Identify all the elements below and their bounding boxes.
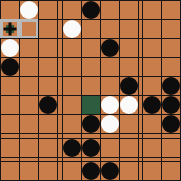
- board-cell[interactable]: [39, 139, 58, 158]
- board-cell[interactable]: [20, 1, 39, 20]
- board-cell[interactable]: [82, 39, 101, 58]
- board-cell[interactable]: [101, 58, 120, 77]
- board-cell[interactable]: [143, 96, 162, 115]
- white-stone: [63, 20, 81, 38]
- board-cell[interactable]: [39, 1, 58, 20]
- board-cell[interactable]: [82, 1, 101, 20]
- black-stone: [39, 96, 57, 114]
- board-cell[interactable]: [143, 58, 162, 77]
- board-cell[interactable]: [120, 39, 139, 58]
- board-cell[interactable]: [143, 115, 162, 134]
- board-cell[interactable]: [82, 115, 101, 134]
- black-stone: [82, 1, 100, 19]
- board-cell[interactable]: [120, 58, 139, 77]
- board-cell[interactable]: [20, 115, 39, 134]
- board-cell[interactable]: [1, 77, 20, 96]
- green-highlight-cell[interactable]: [82, 96, 101, 115]
- board-cell[interactable]: [162, 58, 180, 77]
- board-cell[interactable]: [143, 139, 162, 158]
- board-cell[interactable]: [63, 20, 82, 39]
- board-cell[interactable]: [120, 77, 139, 96]
- board-cell[interactable]: [63, 115, 82, 134]
- board-cell[interactable]: [143, 20, 162, 39]
- board-cell[interactable]: [20, 162, 39, 180]
- black-stone: [162, 96, 180, 114]
- board-cell[interactable]: [82, 139, 101, 158]
- black-stone: [162, 77, 180, 95]
- black-stone: [101, 39, 119, 57]
- board-cell[interactable]: [1, 39, 20, 58]
- board-cell[interactable]: [39, 39, 58, 58]
- board-cell[interactable]: [1, 115, 20, 134]
- board-cell[interactable]: [101, 39, 120, 58]
- black-stone: [63, 139, 81, 157]
- board-cell[interactable]: [101, 96, 120, 115]
- board-cell[interactable]: [143, 77, 162, 96]
- board-cell[interactable]: [20, 39, 39, 58]
- board-cell[interactable]: [63, 96, 82, 115]
- board-cell[interactable]: [82, 77, 101, 96]
- board-cell[interactable]: [39, 96, 58, 115]
- board-cell[interactable]: [1, 1, 20, 20]
- board-cell[interactable]: [20, 77, 39, 96]
- board-cell[interactable]: [39, 58, 58, 77]
- board-cell[interactable]: [39, 115, 58, 134]
- board-cell[interactable]: [120, 20, 139, 39]
- board-cell[interactable]: [143, 162, 162, 180]
- board-cell[interactable]: [63, 58, 82, 77]
- board-cell[interactable]: [101, 20, 120, 39]
- black-stone: [101, 162, 119, 180]
- board-cell[interactable]: [63, 39, 82, 58]
- board-cell[interactable]: [120, 162, 139, 180]
- board-cell[interactable]: [1, 162, 20, 180]
- board-cell[interactable]: [162, 77, 180, 96]
- white-stone: [120, 96, 138, 114]
- board-cell[interactable]: [20, 139, 39, 158]
- board-cell[interactable]: [20, 96, 39, 115]
- board-cell[interactable]: [63, 162, 82, 180]
- board-cell[interactable]: [143, 1, 162, 20]
- board-cell[interactable]: [82, 58, 101, 77]
- board-cell[interactable]: [101, 162, 120, 180]
- selected-empty-cell[interactable]: [20, 20, 39, 39]
- board-cell[interactable]: [143, 39, 162, 58]
- board-cell[interactable]: [162, 139, 180, 158]
- crosshair-bar-vertical: [9, 23, 12, 36]
- board-cell[interactable]: [63, 139, 82, 158]
- board-cell[interactable]: [101, 77, 120, 96]
- board-cell[interactable]: [1, 139, 20, 158]
- board-cell[interactable]: [82, 162, 101, 180]
- white-stone: [20, 1, 38, 19]
- black-stone: [82, 139, 100, 157]
- board-cell[interactable]: [101, 139, 120, 158]
- white-stone: [101, 96, 119, 114]
- board-cell[interactable]: [162, 162, 180, 180]
- board-cell[interactable]: [120, 1, 139, 20]
- black-stone: [1, 58, 19, 76]
- game-screenshot: [0, 0, 181, 181]
- board: [0, 0, 181, 181]
- board-cell[interactable]: [63, 77, 82, 96]
- board-cell[interactable]: [162, 96, 180, 115]
- board-cell[interactable]: [120, 96, 139, 115]
- black-stone: [82, 115, 100, 133]
- board-cell[interactable]: [1, 58, 20, 77]
- black-stone: [143, 96, 161, 114]
- white-stone: [101, 115, 119, 133]
- board-cell[interactable]: [82, 20, 101, 39]
- board-cell[interactable]: [20, 58, 39, 77]
- black-stone: [120, 77, 138, 95]
- board-cell[interactable]: [162, 115, 180, 134]
- board-cell[interactable]: [39, 20, 58, 39]
- board-cell[interactable]: [39, 77, 58, 96]
- cursor-cell[interactable]: [1, 20, 20, 39]
- board-cell[interactable]: [39, 162, 58, 180]
- board-cell[interactable]: [162, 1, 180, 20]
- board-cell[interactable]: [162, 39, 180, 58]
- crosshair-icon: [1, 20, 19, 38]
- black-stone: [162, 115, 180, 133]
- board-cell[interactable]: [162, 20, 180, 39]
- board-cell[interactable]: [101, 1, 120, 20]
- board-cell[interactable]: [63, 1, 82, 20]
- board-cell[interactable]: [120, 115, 139, 134]
- black-stone: [82, 162, 100, 180]
- board-cell[interactable]: [120, 139, 139, 158]
- board-cell[interactable]: [101, 115, 120, 134]
- board-cell[interactable]: [1, 96, 20, 115]
- white-stone: [1, 39, 19, 57]
